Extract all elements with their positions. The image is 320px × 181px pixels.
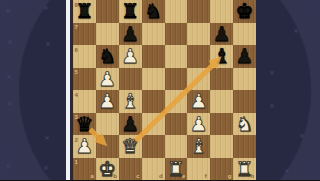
square-g4[interactable] [210, 90, 233, 113]
square-f7[interactable] [187, 23, 210, 46]
file-label-f: f [205, 173, 207, 179]
piece-black-queen-a3[interactable]: ♛ [73, 113, 96, 136]
rank-label-7: 7 [75, 24, 78, 30]
square-b2[interactable] [96, 135, 119, 158]
square-d6[interactable] [142, 45, 165, 68]
rank-label-4: 4 [75, 92, 78, 98]
square-d7[interactable] [142, 23, 165, 46]
piece-white-rook-h1[interactable]: ♜ [233, 158, 256, 181]
square-b7[interactable] [96, 23, 119, 46]
square-f5[interactable] [187, 68, 210, 91]
square-h7[interactable] [233, 23, 256, 46]
file-label-d: d [159, 173, 163, 179]
piece-white-king-b1[interactable]: ♚ [96, 158, 119, 181]
square-f6[interactable] [187, 45, 210, 68]
piece-white-pawn-f4[interactable]: ♟ [187, 90, 210, 113]
piece-black-rook-a8[interactable]: ♜ [73, 0, 96, 23]
piece-black-pawn-c3[interactable]: ♟ [119, 113, 142, 136]
background-cross-mark: × [269, 70, 275, 77]
piece-black-knight-d8[interactable]: ♞ [142, 0, 165, 23]
page-edge-strip [66, 0, 70, 180]
background-cross-mark: × [269, 103, 275, 110]
file-label-g: g [228, 173, 232, 179]
file-label-c: c [136, 173, 139, 179]
piece-white-pawn-b5[interactable]: ♟ [96, 68, 119, 91]
square-e8[interactable] [165, 0, 188, 23]
app-background: ×××××××××××××× 12345678abcdefgh ♜♜♞♚♟♟♞♟… [0, 0, 320, 180]
piece-white-bishop-c4[interactable]: ♝ [119, 90, 142, 113]
square-d2[interactable] [142, 135, 165, 158]
background-cross-mark: × [299, 133, 305, 140]
square-d3[interactable] [142, 113, 165, 136]
square-e3[interactable] [165, 113, 188, 136]
square-e7[interactable] [165, 23, 188, 46]
piece-white-pawn-f3[interactable]: ♟ [187, 113, 210, 136]
piece-black-pawn-g7[interactable]: ♟ [210, 23, 233, 46]
square-h2[interactable] [233, 135, 256, 158]
background-cross-mark: × [44, 135, 50, 142]
piece-white-pawn-b4[interactable]: ♟ [96, 90, 119, 113]
piece-white-knight-h3[interactable]: ♞ [233, 113, 256, 136]
chess-board[interactable]: 12345678abcdefgh ♜♜♞♚♟♟♞♟♝♟♟♟♝♟♛♟♟♞♟♛♝♚♜… [73, 0, 256, 180]
file-label-a: a [90, 173, 93, 179]
piece-white-bishop-f2[interactable]: ♝ [187, 135, 210, 158]
background-cross-mark: × [293, 28, 299, 35]
piece-black-knight-b6[interactable]: ♞ [96, 45, 119, 68]
background-cross-mark: × [5, 8, 11, 15]
background-cross-mark: × [43, 5, 49, 12]
square-h4[interactable] [233, 90, 256, 113]
piece-white-pawn-a2[interactable]: ♟ [73, 135, 96, 158]
background-cross-mark: × [284, 168, 290, 175]
square-h5[interactable] [233, 68, 256, 91]
square-e2[interactable] [165, 135, 188, 158]
square-b8[interactable] [96, 0, 119, 23]
piece-white-pawn-c6[interactable]: ♟ [119, 45, 142, 68]
square-g3[interactable] [210, 113, 233, 136]
square-c5[interactable] [119, 68, 142, 91]
square-d4[interactable] [142, 90, 165, 113]
rank-label-6: 6 [75, 47, 78, 53]
piece-black-rook-c8[interactable]: ♜ [119, 0, 142, 23]
piece-black-pawn-h6[interactable]: ♟ [233, 45, 256, 68]
piece-black-king-h8[interactable]: ♚ [233, 0, 256, 23]
square-g5[interactable] [210, 68, 233, 91]
background-cross-mark: × [7, 101, 13, 108]
rank-label-1: 1 [75, 159, 78, 165]
background-cross-mark: × [43, 165, 49, 172]
square-e5[interactable] [165, 68, 188, 91]
piece-black-bishop-g6[interactable]: ♝ [210, 45, 233, 68]
square-g8[interactable] [210, 0, 233, 23]
square-e4[interactable] [165, 90, 188, 113]
square-d5[interactable] [142, 68, 165, 91]
rank-label-5: 5 [75, 69, 78, 75]
background-cross-mark: × [45, 41, 51, 48]
background-cross-mark: × [7, 39, 13, 46]
square-g2[interactable] [210, 135, 233, 158]
background-cross-mark: × [6, 74, 12, 81]
square-f8[interactable] [187, 0, 210, 23]
background-cross-mark: × [5, 163, 11, 170]
piece-black-pawn-c7[interactable]: ♟ [119, 23, 142, 46]
square-b3[interactable] [96, 113, 119, 136]
piece-white-rook-e1[interactable]: ♜ [165, 158, 188, 181]
square-e6[interactable] [165, 45, 188, 68]
piece-white-queen-c2[interactable]: ♛ [119, 135, 142, 158]
